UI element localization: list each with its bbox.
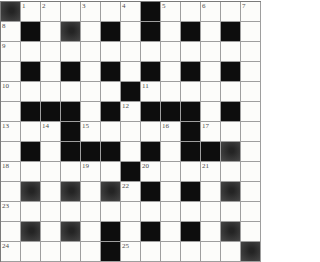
- black-cell-r9c11: [221, 182, 241, 202]
- cell-r12c1[interactable]: [21, 242, 41, 262]
- cell-r12c0[interactable]: 24: [1, 242, 21, 262]
- black-cell-r9c7: [141, 182, 161, 202]
- black-cell-r9c1: [21, 182, 41, 202]
- black-cell-r7c4: [81, 142, 101, 162]
- clue-number-19: 19: [82, 162, 89, 171]
- black-cell-r3c1: [21, 62, 41, 82]
- cell-r6c0[interactable]: 13: [1, 122, 21, 142]
- cell-r12c4[interactable]: [81, 242, 101, 262]
- cell-r12c11[interactable]: [221, 242, 241, 262]
- black-cell-r6c9: [181, 122, 201, 142]
- cell-r6c8[interactable]: 16: [161, 122, 181, 142]
- cell-r0c11[interactable]: [221, 2, 241, 22]
- clue-number-14: 14: [42, 122, 49, 131]
- cell-r12c8[interactable]: [161, 242, 181, 262]
- cell-r7c0[interactable]: [1, 142, 21, 162]
- cell-r11c8[interactable]: [161, 222, 181, 242]
- black-cell-r7c1: [21, 142, 41, 162]
- clue-number-13: 13: [2, 122, 9, 131]
- cell-r12c10[interactable]: [201, 242, 221, 262]
- clue-number-1: 1: [22, 2, 26, 11]
- cell-r12c9[interactable]: [181, 242, 201, 262]
- black-cell-r8c6: [121, 162, 141, 182]
- cell-r6c1[interactable]: [21, 122, 41, 142]
- cell-r8c0[interactable]: 18: [1, 162, 21, 182]
- clue-number-6: 6: [202, 2, 206, 11]
- cell-r6c5[interactable]: [101, 122, 121, 142]
- cell-r2c3[interactable]: [61, 42, 81, 62]
- cell-r10c7[interactable]: [141, 202, 161, 222]
- clue-number-7: 7: [242, 2, 246, 11]
- black-cell-r7c7: [141, 142, 161, 162]
- cell-r8c5[interactable]: [101, 162, 121, 182]
- cell-r0c12[interactable]: 7: [241, 2, 261, 22]
- cell-r4c1[interactable]: [21, 82, 41, 102]
- cell-r12c2[interactable]: [41, 242, 61, 262]
- black-cell-r9c9: [181, 182, 201, 202]
- cell-r1c4[interactable]: [81, 22, 101, 42]
- black-cell-r5c11: [221, 102, 241, 122]
- cell-r4c4[interactable]: [81, 82, 101, 102]
- cell-r0c3[interactable]: [61, 2, 81, 22]
- black-cell-r4c6: [121, 82, 141, 102]
- cell-r12c6[interactable]: 25: [121, 242, 141, 262]
- clue-number-10: 10: [2, 82, 9, 91]
- black-cell-r5c7: [141, 102, 161, 122]
- cell-r9c4[interactable]: [81, 182, 101, 202]
- clue-number-3: 3: [82, 2, 86, 11]
- black-cell-r5c2: [41, 102, 61, 122]
- black-cell-r5c9: [181, 102, 201, 122]
- cell-r7c2[interactable]: [41, 142, 61, 162]
- cell-r0c2[interactable]: 2: [41, 2, 61, 22]
- black-cell-r12c12: [241, 242, 261, 262]
- cell-r1c8[interactable]: [161, 22, 181, 42]
- cell-r11c12[interactable]: [241, 222, 261, 242]
- cell-r6c2[interactable]: 14: [41, 122, 61, 142]
- cell-r3c8[interactable]: [161, 62, 181, 82]
- clue-number-12: 12: [122, 102, 129, 111]
- cell-r10c1[interactable]: [21, 202, 41, 222]
- cell-r4c2[interactable]: [41, 82, 61, 102]
- cell-r4c5[interactable]: [101, 82, 121, 102]
- page: 1234567891011121314151617181920212223242…: [0, 0, 320, 262]
- cell-r11c4[interactable]: [81, 222, 101, 242]
- cell-r8c8[interactable]: [161, 162, 181, 182]
- cell-r3c4[interactable]: [81, 62, 101, 82]
- cell-r8c10[interactable]: 21: [201, 162, 221, 182]
- clue-number-25: 25: [122, 242, 129, 251]
- cell-r3c12[interactable]: [241, 62, 261, 82]
- clue-number-2: 2: [42, 2, 46, 11]
- cell-r10c10[interactable]: [201, 202, 221, 222]
- clue-number-24: 24: [2, 242, 9, 251]
- cell-r6c10[interactable]: 17: [201, 122, 221, 142]
- crossword-grid: 1234567891011121314151617181920212223242…: [0, 1, 261, 262]
- clue-number-9: 9: [2, 42, 6, 51]
- cell-r8c11[interactable]: [221, 162, 241, 182]
- cell-r9c12[interactable]: [241, 182, 261, 202]
- cell-r1c2[interactable]: [41, 22, 61, 42]
- cell-r2c6[interactable]: [121, 42, 141, 62]
- cell-r11c10[interactable]: [201, 222, 221, 242]
- cell-r2c10[interactable]: [201, 42, 221, 62]
- clue-number-18: 18: [2, 162, 9, 171]
- cell-r3c2[interactable]: [41, 62, 61, 82]
- cell-r1c10[interactable]: [201, 22, 221, 42]
- black-cell-r11c11: [221, 222, 241, 242]
- black-cell-r7c10: [201, 142, 221, 162]
- cell-r2c0[interactable]: 9: [1, 42, 21, 62]
- black-cell-r1c11: [221, 22, 241, 42]
- clue-number-8: 8: [2, 22, 6, 31]
- cell-r2c2[interactable]: [41, 42, 61, 62]
- cell-r8c3[interactable]: [61, 162, 81, 182]
- black-cell-r11c7: [141, 222, 161, 242]
- black-cell-r7c3: [61, 142, 81, 162]
- cell-r2c11[interactable]: [221, 42, 241, 62]
- black-cell-r5c5: [101, 102, 121, 122]
- black-cell-r11c5: [101, 222, 121, 242]
- cell-r10c6[interactable]: [121, 202, 141, 222]
- cell-r0c9[interactable]: [181, 2, 201, 22]
- black-cell-r5c8: [161, 102, 181, 122]
- cell-r10c8[interactable]: [161, 202, 181, 222]
- cell-r0c6[interactable]: 4: [121, 2, 141, 22]
- cell-r4c0[interactable]: 10: [1, 82, 21, 102]
- cell-r3c6[interactable]: [121, 62, 141, 82]
- black-cell-r12c5: [101, 242, 121, 262]
- cell-r5c12[interactable]: [241, 102, 261, 122]
- cell-r2c7[interactable]: [141, 42, 161, 62]
- cell-r4c7[interactable]: 11: [141, 82, 161, 102]
- black-cell-r7c5: [101, 142, 121, 162]
- cell-r5c4[interactable]: [81, 102, 101, 122]
- clue-number-20: 20: [142, 162, 149, 171]
- clue-number-17: 17: [202, 122, 209, 131]
- black-cell-r3c5: [101, 62, 121, 82]
- cell-r11c0[interactable]: [1, 222, 21, 242]
- cell-r8c7[interactable]: 20: [141, 162, 161, 182]
- cell-r11c6[interactable]: [121, 222, 141, 242]
- clue-number-5: 5: [162, 2, 166, 11]
- cell-r2c1[interactable]: [21, 42, 41, 62]
- black-cell-r9c3: [61, 182, 81, 202]
- black-cell-r5c3: [61, 102, 81, 122]
- clue-number-22: 22: [122, 182, 129, 191]
- cell-r10c12[interactable]: [241, 202, 261, 222]
- cell-r2c8[interactable]: [161, 42, 181, 62]
- cell-r8c4[interactable]: 19: [81, 162, 101, 182]
- cell-r12c7[interactable]: [141, 242, 161, 262]
- clue-number-15: 15: [82, 122, 89, 131]
- cell-r0c4[interactable]: 3: [81, 2, 101, 22]
- cell-r8c12[interactable]: [241, 162, 261, 182]
- cell-r4c10[interactable]: [201, 82, 221, 102]
- cell-r0c8[interactable]: 5: [161, 2, 181, 22]
- cell-r1c0[interactable]: 8: [1, 22, 21, 42]
- cell-r5c0[interactable]: [1, 102, 21, 122]
- black-cell-r7c9: [181, 142, 201, 162]
- cell-r4c3[interactable]: [61, 82, 81, 102]
- cell-r2c4[interactable]: [81, 42, 101, 62]
- cell-r4c12[interactable]: [241, 82, 261, 102]
- cell-r7c6[interactable]: [121, 142, 141, 162]
- cell-r9c0[interactable]: [1, 182, 21, 202]
- cell-r5c10[interactable]: [201, 102, 221, 122]
- black-cell-r5c1: [21, 102, 41, 122]
- cell-r6c12[interactable]: [241, 122, 261, 142]
- clue-number-16: 16: [162, 122, 169, 131]
- cell-r2c12[interactable]: [241, 42, 261, 62]
- cell-r10c3[interactable]: [61, 202, 81, 222]
- black-cell-r0c0: [1, 2, 21, 22]
- cell-r4c9[interactable]: [181, 82, 201, 102]
- cell-r2c5[interactable]: [101, 42, 121, 62]
- black-cell-r1c7: [141, 22, 161, 42]
- black-cell-r11c9: [181, 222, 201, 242]
- cell-r1c6[interactable]: [121, 22, 141, 42]
- cell-r10c2[interactable]: [41, 202, 61, 222]
- cell-r7c8[interactable]: [161, 142, 181, 162]
- cell-r6c11[interactable]: [221, 122, 241, 142]
- cell-r4c8[interactable]: [161, 82, 181, 102]
- black-cell-r6c3: [61, 122, 81, 142]
- cell-r5c6[interactable]: 12: [121, 102, 141, 122]
- cell-r8c1[interactable]: [21, 162, 41, 182]
- cell-r12c3[interactable]: [61, 242, 81, 262]
- clue-number-11: 11: [142, 82, 149, 91]
- cell-r6c7[interactable]: [141, 122, 161, 142]
- cell-r8c2[interactable]: [41, 162, 61, 182]
- black-cell-r9c5: [101, 182, 121, 202]
- black-cell-r11c1: [21, 222, 41, 242]
- black-cell-r1c9: [181, 22, 201, 42]
- black-cell-r1c1: [21, 22, 41, 42]
- cell-r3c10[interactable]: [201, 62, 221, 82]
- cell-r9c6[interactable]: 22: [121, 182, 141, 202]
- cell-r9c8[interactable]: [161, 182, 181, 202]
- black-cell-r3c11: [221, 62, 241, 82]
- black-cell-r1c3: [61, 22, 81, 42]
- black-cell-r0c7: [141, 2, 161, 22]
- cell-r7c12[interactable]: [241, 142, 261, 162]
- clue-number-4: 4: [122, 2, 126, 11]
- black-cell-r3c3: [61, 62, 81, 82]
- cell-r0c5[interactable]: [101, 2, 121, 22]
- clue-number-23: 23: [2, 202, 9, 211]
- cell-r6c6[interactable]: [121, 122, 141, 142]
- cell-r10c9[interactable]: [181, 202, 201, 222]
- cell-r3c0[interactable]: [1, 62, 21, 82]
- cell-r11c2[interactable]: [41, 222, 61, 242]
- cell-r1c12[interactable]: [241, 22, 261, 42]
- black-cell-r1c5: [101, 22, 121, 42]
- black-cell-r11c3: [61, 222, 81, 242]
- cell-r10c11[interactable]: [221, 202, 241, 222]
- cell-r8c9[interactable]: [181, 162, 201, 182]
- cell-r2c9[interactable]: [181, 42, 201, 62]
- clue-number-21: 21: [202, 162, 209, 171]
- cell-r0c1[interactable]: 1: [21, 2, 41, 22]
- black-cell-r7c11: [221, 142, 241, 162]
- cell-r10c4[interactable]: [81, 202, 101, 222]
- cell-r10c5[interactable]: [101, 202, 121, 222]
- cell-r6c4[interactable]: 15: [81, 122, 101, 142]
- cell-r10c0[interactable]: 23: [1, 202, 21, 222]
- black-cell-r3c7: [141, 62, 161, 82]
- cell-r4c11[interactable]: [221, 82, 241, 102]
- black-cell-r3c9: [181, 62, 201, 82]
- cell-r9c10[interactable]: [201, 182, 221, 202]
- cell-r9c2[interactable]: [41, 182, 61, 202]
- cell-r0c10[interactable]: 6: [201, 2, 221, 22]
